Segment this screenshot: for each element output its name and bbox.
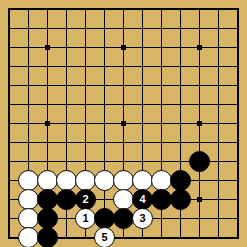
intersection-9-1[interactable]: [152, 0, 171, 19]
intersection-2-13[interactable]: [19, 228, 38, 247]
intersection-4-4[interactable]: [57, 57, 76, 76]
intersection-13-2[interactable]: [228, 19, 247, 38]
intersection-6-1[interactable]: [95, 0, 114, 19]
intersection-13-13[interactable]: [228, 228, 247, 247]
move-number-label: 2: [82, 194, 88, 205]
intersection-11-10[interactable]: [190, 171, 209, 190]
intersection-2-10[interactable]: [19, 171, 38, 190]
intersection-5-4[interactable]: [76, 57, 95, 76]
intersection-10-8[interactable]: [171, 133, 190, 152]
move-number-label: 4: [139, 194, 145, 205]
intersection-2-9[interactable]: [19, 152, 38, 171]
intersection-10-5[interactable]: [171, 76, 190, 95]
intersection-11-13[interactable]: [190, 228, 209, 247]
intersection-12-5[interactable]: [209, 76, 228, 95]
intersection-10-6[interactable]: [171, 95, 190, 114]
intersection-2-12[interactable]: [19, 209, 38, 228]
intersection-7-11[interactable]: [114, 190, 133, 209]
intersection-5-13[interactable]: [76, 228, 95, 247]
intersection-9-10[interactable]: [152, 171, 171, 190]
intersection-13-4[interactable]: [228, 57, 247, 76]
intersection-10-11[interactable]: [171, 190, 190, 209]
intersection-9-8[interactable]: [152, 133, 171, 152]
white-stone: [113, 189, 134, 210]
intersection-6-7[interactable]: [95, 114, 114, 133]
star-point: [121, 121, 126, 126]
intersection-4-11[interactable]: [57, 190, 76, 209]
intersection-9-5[interactable]: [152, 76, 171, 95]
white-stone: [75, 170, 96, 191]
intersection-12-6[interactable]: [209, 95, 228, 114]
white-stone: [18, 227, 39, 247]
intersection-10-1[interactable]: [171, 0, 190, 19]
intersection-1-9[interactable]: [0, 152, 19, 171]
intersection-2-7[interactable]: [19, 114, 38, 133]
intersection-11-8[interactable]: [190, 133, 209, 152]
intersection-12-13[interactable]: [209, 228, 228, 247]
white-stone: [18, 208, 39, 229]
intersection-13-5[interactable]: [228, 76, 247, 95]
intersection-1-12[interactable]: [0, 209, 19, 228]
intersection-1-1[interactable]: [0, 0, 19, 19]
intersection-6-5[interactable]: [95, 76, 114, 95]
intersection-1-6[interactable]: [0, 95, 19, 114]
intersection-1-5[interactable]: [0, 76, 19, 95]
intersection-5-12[interactable]: 1: [76, 209, 95, 228]
intersection-5-2[interactable]: [76, 19, 95, 38]
black-stone: [170, 170, 191, 191]
star-point: [197, 197, 202, 202]
intersection-11-3[interactable]: [190, 38, 209, 57]
intersection-11-1[interactable]: [190, 0, 209, 19]
intersection-4-5[interactable]: [57, 76, 76, 95]
intersection-12-2[interactable]: [209, 19, 228, 38]
intersection-9-3[interactable]: [152, 38, 171, 57]
intersection-8-8[interactable]: [133, 133, 152, 152]
intersection-7-8[interactable]: [114, 133, 133, 152]
intersection-4-6[interactable]: [57, 95, 76, 114]
intersection-5-3[interactable]: [76, 38, 95, 57]
star-point: [121, 45, 126, 50]
intersection-7-5[interactable]: [114, 76, 133, 95]
black-stone: [37, 227, 58, 247]
intersection-7-1[interactable]: [114, 0, 133, 19]
intersection-12-8[interactable]: [209, 133, 228, 152]
black-stone: [37, 189, 58, 210]
white-stone: [132, 170, 153, 191]
star-point: [45, 45, 50, 50]
intersection-2-4[interactable]: [19, 57, 38, 76]
intersection-6-2[interactable]: [95, 19, 114, 38]
intersection-7-2[interactable]: [114, 19, 133, 38]
intersection-3-6[interactable]: [38, 95, 57, 114]
intersection-1-7[interactable]: [0, 114, 19, 133]
go-diagram: 24135: [0, 0, 247, 247]
intersection-8-7[interactable]: [133, 114, 152, 133]
intersection-8-5[interactable]: [133, 76, 152, 95]
intersection-8-12[interactable]: 3: [133, 209, 152, 228]
intersection-12-7[interactable]: [209, 114, 228, 133]
intersection-8-4[interactable]: [133, 57, 152, 76]
intersection-8-10[interactable]: [133, 171, 152, 190]
intersection-6-3[interactable]: [95, 38, 114, 57]
intersection-5-10[interactable]: [76, 171, 95, 190]
intersection-8-13[interactable]: [133, 228, 152, 247]
intersection-11-5[interactable]: [190, 76, 209, 95]
go-board: 24135: [0, 0, 247, 247]
intersection-10-13[interactable]: [171, 228, 190, 247]
intersection-11-12[interactable]: [190, 209, 209, 228]
move-number-label: 5: [101, 232, 107, 243]
intersection-4-1[interactable]: [57, 0, 76, 19]
intersection-9-7[interactable]: [152, 114, 171, 133]
intersection-4-9[interactable]: [57, 152, 76, 171]
intersection-8-9[interactable]: [133, 152, 152, 171]
intersection-11-7[interactable]: [190, 114, 209, 133]
intersection-4-10[interactable]: [57, 171, 76, 190]
intersection-8-3[interactable]: [133, 38, 152, 57]
intersection-7-3[interactable]: [114, 38, 133, 57]
intersection-13-6[interactable]: [228, 95, 247, 114]
white-stone: [18, 189, 39, 210]
intersection-6-9[interactable]: [95, 152, 114, 171]
white-stone-move-3: 3: [132, 208, 153, 229]
intersection-5-11[interactable]: 2: [76, 190, 95, 209]
intersection-13-7[interactable]: [228, 114, 247, 133]
intersection-12-12[interactable]: [209, 209, 228, 228]
intersection-11-2[interactable]: [190, 19, 209, 38]
intersection-1-11[interactable]: [0, 190, 19, 209]
intersection-3-7[interactable]: [38, 114, 57, 133]
intersection-9-2[interactable]: [152, 19, 171, 38]
intersection-1-4[interactable]: [0, 57, 19, 76]
intersection-9-6[interactable]: [152, 95, 171, 114]
intersection-7-12[interactable]: [114, 209, 133, 228]
intersection-3-9[interactable]: [38, 152, 57, 171]
intersection-3-4[interactable]: [38, 57, 57, 76]
white-stone: [94, 170, 115, 191]
intersection-4-2[interactable]: [57, 19, 76, 38]
intersection-11-4[interactable]: [190, 57, 209, 76]
move-number-label: 1: [82, 213, 88, 224]
black-stone-move-4: 4: [132, 189, 153, 210]
intersection-13-9[interactable]: [228, 152, 247, 171]
white-stone-move-1: 1: [75, 208, 96, 229]
intersection-6-6[interactable]: [95, 95, 114, 114]
black-stone: [189, 151, 210, 172]
intersection-9-13[interactable]: [152, 228, 171, 247]
move-number-label: 3: [139, 213, 145, 224]
intersection-5-9[interactable]: [76, 152, 95, 171]
intersection-3-13[interactable]: [38, 228, 57, 247]
intersection-5-5[interactable]: [76, 76, 95, 95]
intersection-9-12[interactable]: [152, 209, 171, 228]
intersection-12-10[interactable]: [209, 171, 228, 190]
intersection-3-8[interactable]: [38, 133, 57, 152]
white-stone: [18, 170, 39, 191]
intersection-6-4[interactable]: [95, 57, 114, 76]
black-stone: [170, 189, 191, 210]
white-stone-move-5: 5: [94, 227, 115, 247]
white-stone: [151, 170, 172, 191]
intersection-2-8[interactable]: [19, 133, 38, 152]
intersection-7-10[interactable]: [114, 171, 133, 190]
intersection-10-2[interactable]: [171, 19, 190, 38]
intersection-2-2[interactable]: [19, 19, 38, 38]
intersection-12-9[interactable]: [209, 152, 228, 171]
intersection-7-6[interactable]: [114, 95, 133, 114]
intersection-12-1[interactable]: [209, 0, 228, 19]
intersection-7-13[interactable]: [114, 228, 133, 247]
black-stone: [113, 208, 134, 229]
intersection-2-1[interactable]: [19, 0, 38, 19]
star-point: [45, 121, 50, 126]
intersection-6-11[interactable]: [95, 190, 114, 209]
intersection-4-3[interactable]: [57, 38, 76, 57]
intersection-1-8[interactable]: [0, 133, 19, 152]
intersection-12-11[interactable]: [209, 190, 228, 209]
black-stone: [94, 208, 115, 229]
intersection-6-8[interactable]: [95, 133, 114, 152]
intersection-8-2[interactable]: [133, 19, 152, 38]
white-stone: [113, 170, 134, 191]
intersection-5-8[interactable]: [76, 133, 95, 152]
intersection-12-3[interactable]: [209, 38, 228, 57]
intersection-1-3[interactable]: [0, 38, 19, 57]
intersection-11-11[interactable]: [190, 190, 209, 209]
star-point: [197, 45, 202, 50]
intersection-11-9[interactable]: [190, 152, 209, 171]
intersection-10-9[interactable]: [171, 152, 190, 171]
intersection-6-12[interactable]: [95, 209, 114, 228]
intersection-1-13[interactable]: [0, 228, 19, 247]
intersection-12-4[interactable]: [209, 57, 228, 76]
black-stone: [56, 189, 77, 210]
intersection-2-11[interactable]: [19, 190, 38, 209]
intersection-7-7[interactable]: [114, 114, 133, 133]
white-stone: [37, 170, 58, 191]
intersection-10-10[interactable]: [171, 171, 190, 190]
intersection-9-11[interactable]: [152, 190, 171, 209]
intersection-9-9[interactable]: [152, 152, 171, 171]
intersection-5-1[interactable]: [76, 0, 95, 19]
intersection-2-6[interactable]: [19, 95, 38, 114]
intersection-13-1[interactable]: [228, 0, 247, 19]
intersection-4-13[interactable]: [57, 228, 76, 247]
intersection-3-3[interactable]: [38, 38, 57, 57]
black-stone: [151, 189, 172, 210]
intersection-13-10[interactable]: [228, 171, 247, 190]
intersection-3-5[interactable]: [38, 76, 57, 95]
intersection-6-10[interactable]: [95, 171, 114, 190]
intersection-6-13[interactable]: 5: [95, 228, 114, 247]
intersection-2-5[interactable]: [19, 76, 38, 95]
intersection-4-7[interactable]: [57, 114, 76, 133]
intersection-2-3[interactable]: [19, 38, 38, 57]
intersection-4-12[interactable]: [57, 209, 76, 228]
intersection-5-6[interactable]: [76, 95, 95, 114]
intersection-3-11[interactable]: [38, 190, 57, 209]
intersection-8-11[interactable]: 4: [133, 190, 152, 209]
intersection-13-8[interactable]: [228, 133, 247, 152]
intersection-13-11[interactable]: [228, 190, 247, 209]
intersection-10-7[interactable]: [171, 114, 190, 133]
intersection-10-12[interactable]: [171, 209, 190, 228]
intersection-5-7[interactable]: [76, 114, 95, 133]
intersection-3-2[interactable]: [38, 19, 57, 38]
intersection-4-8[interactable]: [57, 133, 76, 152]
black-stone: [37, 208, 58, 229]
intersection-3-10[interactable]: [38, 171, 57, 190]
intersection-1-2[interactable]: [0, 19, 19, 38]
intersection-8-6[interactable]: [133, 95, 152, 114]
intersection-13-12[interactable]: [228, 209, 247, 228]
intersection-7-9[interactable]: [114, 152, 133, 171]
intersection-3-1[interactable]: [38, 0, 57, 19]
black-stone-move-2: 2: [75, 189, 96, 210]
intersection-13-3[interactable]: [228, 38, 247, 57]
white-stone: [56, 170, 77, 191]
intersection-10-3[interactable]: [171, 38, 190, 57]
intersection-8-1[interactable]: [133, 0, 152, 19]
intersection-10-4[interactable]: [171, 57, 190, 76]
intersection-11-6[interactable]: [190, 95, 209, 114]
intersection-9-4[interactable]: [152, 57, 171, 76]
intersection-7-4[interactable]: [114, 57, 133, 76]
intersection-3-12[interactable]: [38, 209, 57, 228]
intersection-1-10[interactable]: [0, 171, 19, 190]
star-point: [197, 121, 202, 126]
